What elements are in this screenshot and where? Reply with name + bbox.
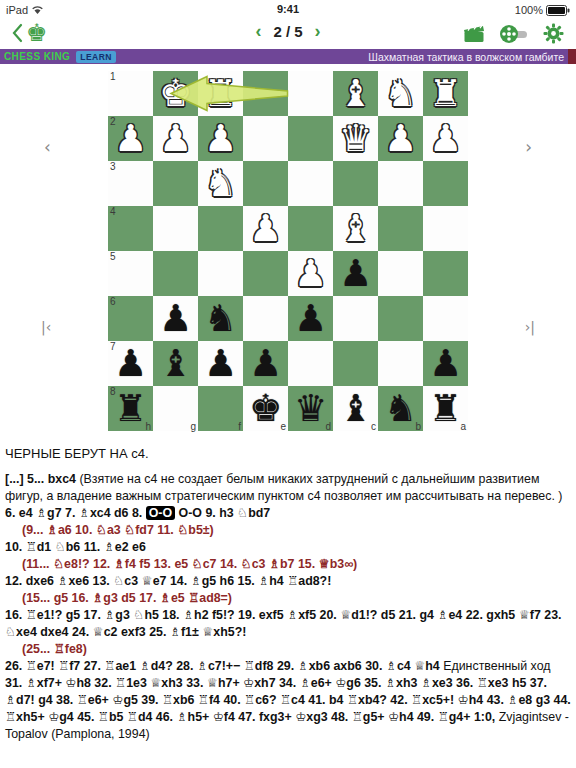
learn-badge: LEARN: [76, 51, 116, 63]
move-text[interactable]: 10. ♖d1 ♘b6 11. ♗e2 e6: [5, 540, 146, 554]
square-d4[interactable]: [288, 206, 333, 251]
notation-paragraph: (9... ♗a6 10. ♘a3 ♘fd7 11. ♘b5±): [5, 522, 571, 539]
move-text[interactable]: 12. dxe6 ♗xe6 13. ♘c3 ♕e7 14. ♗g5 h6 15.…: [5, 574, 331, 588]
piece-black-rook: ♜: [114, 386, 147, 431]
square-f1[interactable]: ♜: [198, 71, 243, 116]
square-c7[interactable]: [333, 341, 378, 386]
square-d7[interactable]: [288, 341, 333, 386]
square-h3[interactable]: 3: [108, 161, 153, 206]
move-text[interactable]: (9... ♗a6 10. ♘a3 ♘fd7 11. ♘b5±): [22, 523, 214, 537]
piece-black-pawn: ♟: [339, 251, 372, 296]
chess-board: 1♚♜♝♞♜♟2♟♟♛♟♟3♞4♟♝5♟♟6♟♞♟♟7♝♟♟♟♜8hgf♚e♛d…: [108, 71, 468, 431]
square-a8[interactable]: ♜a: [423, 386, 468, 431]
file-label-g: g: [190, 421, 196, 432]
nav-bar: ♚ ‹ 2 / 5 ›: [0, 18, 576, 49]
brand-endcap: [568, 49, 576, 64]
piece-white-rook: ♜: [204, 71, 237, 116]
board-area: ‹ › |‹ ›| 1♚♜♝♞♜♟2♟♟♛♟♟3♞4♟♝5♟♟6♟♞♟♟7♝♟♟…: [0, 71, 576, 438]
square-e5[interactable]: [243, 251, 288, 296]
move-text[interactable]: [...] 5... bxc4: [5, 472, 79, 486]
move-text[interactable]: 6. e4 ♗g7 7. ♗xc4 d6 8.: [5, 506, 146, 520]
piece-white-rook: ♜: [429, 71, 462, 116]
square-g7[interactable]: ♝: [153, 341, 198, 386]
move-text[interactable]: (11... ♘e8!? 12. ♗f4 f5 13. e5 ♘c7 14. ♘…: [22, 557, 357, 571]
piece-white-pawn: ♟: [249, 206, 282, 251]
go-end-button[interactable]: ›|: [525, 319, 535, 336]
notation-paragraph: 12. dxe6 ♗xe6 13. ♘c3 ♕e7 14. ♗g5 h6 15.…: [5, 573, 571, 590]
film-reel-toggle-icon[interactable]: [499, 24, 529, 44]
notation-paragraph: [...] 5... bxc4 (Взятие на c4 не создает…: [5, 471, 571, 522]
move-text[interactable]: (15... g5 16. ♗g3 d5 17. ♗e5 ♖ad8=): [22, 591, 232, 605]
square-b5[interactable]: [378, 251, 423, 296]
piece-black-pawn: ♟: [159, 296, 192, 341]
square-h2[interactable]: ♟2: [108, 116, 153, 161]
square-d2[interactable]: [288, 116, 333, 161]
course-title: Шахматная тактика в волжском гамбите: [368, 51, 564, 63]
square-h8[interactable]: ♜8h: [108, 386, 153, 431]
rank-label-7: 7: [110, 341, 116, 352]
piece-black-pawn: ♟: [114, 341, 147, 386]
square-g3[interactable]: [153, 161, 198, 206]
move-notation: [...] 5... bxc4 (Взятие на c4 не создает…: [0, 461, 576, 743]
piece-white-pawn: ♟: [159, 116, 192, 161]
square-c5[interactable]: ♟: [333, 251, 378, 296]
piece-black-bishop: ♝: [339, 386, 372, 431]
file-label-d: d: [325, 421, 331, 432]
notation-paragraph: 10. ♖d1 ♘b6 11. ♗e2 e6: [5, 539, 571, 556]
square-f8[interactable]: f: [198, 386, 243, 431]
square-d5[interactable]: ♟: [288, 251, 333, 296]
notation-paragraph: (11... ♘e8!? 12. ♗f4 f5 13. e5 ♘c7 14. ♘…: [5, 556, 571, 573]
current-move[interactable]: O-O: [146, 506, 175, 520]
square-a7[interactable]: ♟: [423, 341, 468, 386]
move-text[interactable]: (25... ♖fe8): [22, 642, 87, 656]
square-f7[interactable]: ♟: [198, 341, 243, 386]
next-page-icon[interactable]: ›: [315, 22, 321, 40]
file-label-b: b: [415, 421, 421, 432]
square-f3[interactable]: ♞: [198, 161, 243, 206]
piece-white-pawn: ♟: [429, 116, 462, 161]
square-a3[interactable]: [423, 161, 468, 206]
piece-black-pawn: ♟: [294, 296, 327, 341]
rank-label-6: 6: [110, 296, 116, 307]
file-label-e: e: [280, 421, 286, 432]
square-d3[interactable]: [288, 161, 333, 206]
square-d8[interactable]: ♛d: [288, 386, 333, 431]
piece-black-knight: ♞: [384, 386, 417, 431]
square-e1[interactable]: [243, 71, 288, 116]
notation-paragraph: 16. ♖e1!? g5 17. ♗g3 ♘h5 18. ♗h2 f5!? 19…: [5, 607, 571, 641]
move-text[interactable]: 16. ♖e1!? g5 17. ♗g3 ♘h5 18. ♗h2 f5!? 19…: [5, 608, 561, 639]
square-f6[interactable]: ♞: [198, 296, 243, 341]
piece-black-pawn: ♟: [204, 341, 237, 386]
square-a4[interactable]: [423, 206, 468, 251]
file-label-h: h: [145, 421, 151, 432]
square-g5[interactable]: [153, 251, 198, 296]
rank-label-5: 5: [110, 251, 116, 262]
square-b3[interactable]: [378, 161, 423, 206]
settings-gear-icon[interactable]: [543, 23, 564, 44]
square-h6[interactable]: 6: [108, 296, 153, 341]
piece-white-pawn: ♟: [204, 116, 237, 161]
piece-white-bishop: ♝: [339, 206, 372, 251]
square-b2[interactable]: ♟: [378, 116, 423, 161]
lesson-heading: ЧЕРНЫЕ БЕРУТ НА c4.: [0, 438, 576, 461]
square-c1[interactable]: ♝: [333, 71, 378, 116]
piece-white-queen: ♛: [339, 116, 372, 161]
square-b8[interactable]: ♞b: [378, 386, 423, 431]
square-h7[interactable]: ♟7: [108, 341, 153, 386]
rank-label-2: 2: [110, 116, 116, 127]
square-h1[interactable]: 1: [108, 71, 153, 116]
square-a6[interactable]: [423, 296, 468, 341]
piece-black-bishop: ♝: [159, 341, 192, 386]
square-b7[interactable]: [378, 341, 423, 386]
square-e4[interactable]: ♟: [243, 206, 288, 251]
piece-black-pawn: ♟: [429, 341, 462, 386]
square-e7[interactable]: ♟: [243, 341, 288, 386]
move-text[interactable]: O-O 9. h3 ♘bd7: [175, 506, 270, 520]
square-a5[interactable]: [423, 251, 468, 296]
square-d1[interactable]: [288, 71, 333, 116]
annotation-text: (Взятие на c4 не создает белым никаких з…: [5, 472, 562, 503]
square-h5[interactable]: 5: [108, 251, 153, 296]
square-f4[interactable]: [198, 206, 243, 251]
go-start-button[interactable]: |‹: [41, 319, 51, 336]
file-label-a: a: [460, 421, 466, 432]
piece-white-knight: ♞: [204, 161, 237, 206]
rank-label-4: 4: [110, 206, 116, 217]
square-f5[interactable]: [198, 251, 243, 296]
rank-label-1: 1: [110, 71, 116, 82]
step-back-button[interactable]: ‹: [44, 139, 51, 156]
square-c4[interactable]: ♝: [333, 206, 378, 251]
square-c3[interactable]: [333, 161, 378, 206]
square-b6[interactable]: [378, 296, 423, 341]
square-e2[interactable]: [243, 116, 288, 161]
square-e8[interactable]: ♚e: [243, 386, 288, 431]
square-g1[interactable]: ♚: [153, 71, 198, 116]
square-f2[interactable]: ♟: [198, 116, 243, 161]
piece-black-knight: ♞: [204, 296, 237, 341]
move-text[interactable]: 26. ♖e7! ♖f7 27. ♖ae1 ♗d4? 28. ♗c7!+− ♖d…: [5, 659, 443, 673]
square-g6[interactable]: ♟: [153, 296, 198, 341]
square-g4[interactable]: [153, 206, 198, 251]
clock: 9:41: [0, 3, 576, 15]
piece-white-king: ♚: [159, 71, 192, 116]
clapperboard-icon[interactable]: [463, 24, 485, 44]
piece-white-bishop: ♝: [339, 71, 372, 116]
app-screen: iPad 9:41 100% ♚ ‹ 2 / 5 ›: [0, 0, 576, 768]
file-label-f: f: [238, 421, 241, 432]
square-c8[interactable]: ♝c: [333, 386, 378, 431]
square-b4[interactable]: [378, 206, 423, 251]
status-bar: iPad 9:41 100%: [0, 0, 576, 18]
square-d6[interactable]: ♟: [288, 296, 333, 341]
chess-king-wordmark: CHESS KING: [4, 51, 70, 62]
prev-page-icon[interactable]: ‹: [255, 22, 261, 40]
piece-white-pawn: ♟: [294, 251, 327, 296]
square-e3[interactable]: [243, 161, 288, 206]
piece-black-queen: ♛: [294, 386, 327, 431]
notation-paragraph: (15... g5 16. ♗g3 d5 17. ♗e5 ♖ad8=): [5, 590, 571, 607]
square-h4[interactable]: 4: [108, 206, 153, 251]
piece-black-pawn: ♟: [249, 341, 282, 386]
square-a2[interactable]: ♟: [423, 116, 468, 161]
notation-paragraph: 26. ♖e7! ♖f7 27. ♖ae1 ♗d4? 28. ♗c7!+− ♖d…: [5, 658, 571, 743]
rank-label-8: 8: [110, 386, 116, 397]
move-text[interactable]: 31. ♗xf7+ ♔h8 32. ♖1e3 ♕xh3 33. ♕h7+ ♔xh…: [5, 676, 571, 724]
square-c6[interactable]: [333, 296, 378, 341]
square-g2[interactable]: ♟: [153, 116, 198, 161]
step-forward-button[interactable]: ›: [525, 139, 532, 156]
piece-white-pawn: ♟: [384, 116, 417, 161]
piece-black-rook: ♜: [429, 386, 462, 431]
square-b1[interactable]: ♞: [378, 71, 423, 116]
brand-bar: CHESS KING LEARN Шахматная тактика в вол…: [0, 49, 576, 64]
rank-label-3: 3: [110, 161, 116, 172]
page-indicator: 2 / 5: [273, 23, 302, 40]
square-c2[interactable]: ♛: [333, 116, 378, 161]
square-a1[interactable]: ♜: [423, 71, 468, 116]
square-e6[interactable]: [243, 296, 288, 341]
piece-white-knight: ♞: [384, 71, 417, 116]
piece-white-pawn: ♟: [114, 116, 147, 161]
square-g8[interactable]: g: [153, 386, 198, 431]
notation-paragraph: (25... ♖fe8): [5, 641, 571, 658]
piece-black-king: ♚: [249, 386, 282, 431]
file-label-c: c: [371, 421, 376, 432]
annotation-text: Единственный ход: [443, 659, 550, 673]
